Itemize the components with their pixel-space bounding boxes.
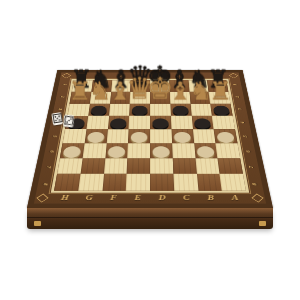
square-d5 [150,129,172,143]
square-e3: ● [129,103,150,116]
file-label-b: B [198,193,223,203]
square-d4: ● [150,116,171,129]
file-label-c: C [174,193,199,203]
square-g1: ♞ [91,80,112,91]
square-b1: ♞ [188,80,209,91]
file-label-d: D [150,193,175,203]
rank-label-8: 8 [241,179,267,189]
square-f4: ● [107,116,129,129]
board-grid: ♜♞♝♛♚♝♞♜♜♞♝♛♚♝♞♜●●●●●●●●●●●●●●●● [51,79,249,193]
board-scene: HGFEDCBA HGFEDCBA 12345678 12345678 ♜♞♝♛… [27,0,273,208]
rank-label-3: 3 [229,106,251,113]
file-label-g: G [76,193,101,203]
rank-label-1: 1 [54,82,75,88]
square-f7 [104,158,128,174]
square-b2: ♞ [189,92,210,104]
square-e6 [127,143,150,158]
product-photo: HGFEDCBA HGFEDCBA 12345678 12345678 ♜♞♝♛… [0,0,300,300]
square-c1: ♝ [169,80,189,91]
chess-checkers-board: HGFEDCBA HGFEDCBA 12345678 12345678 ♜♞♝♛… [27,70,273,208]
corner-ornament [36,194,49,203]
rank-label-5: 5 [43,132,67,140]
rank-label-2: 2 [52,93,74,100]
rank-label-6: 6 [236,147,261,155]
square-b5 [193,129,216,143]
die-icon: ⚄ [51,112,63,125]
square-b6: ● [194,143,218,158]
light-checker-piece: ● [171,129,193,143]
square-c5: ● [171,129,193,143]
square-d2: ♚ [150,92,170,104]
square-b4: ● [191,116,213,129]
square-f1: ♝ [111,80,131,91]
light-checker-piece: ● [194,143,218,158]
square-g3: ● [88,103,110,116]
square-d1: ♚ [150,80,170,91]
corner-ornament [62,73,72,79]
rank-label-4: 4 [231,119,254,126]
square-d7 [150,158,173,174]
square-c7 [173,158,197,174]
square-b8 [196,174,221,191]
brass-hinge-icon [34,221,41,226]
rank-label-7: 7 [238,163,263,172]
square-g4 [86,116,108,129]
square-d6: ● [150,143,173,158]
corner-ornament [251,194,264,203]
square-f6: ● [105,143,128,158]
square-g2: ♞ [90,92,111,104]
square-f3 [109,103,130,116]
square-c3: ● [170,103,191,116]
square-c8 [173,174,198,191]
rank-label-5: 5 [233,132,257,140]
file-label-f: F [101,193,126,203]
square-f5 [106,129,128,143]
square-d3 [150,103,171,116]
rank-label-6: 6 [40,147,65,155]
corner-ornament [229,73,239,79]
square-b7 [195,158,220,174]
rank-label-1: 1 [224,82,245,88]
square-b3 [190,103,212,116]
light-checker-piece: ● [150,143,173,158]
file-labels-bottom: HGFEDCBA [52,193,248,203]
dark-checker-piece: ● [107,116,129,129]
square-f2: ♝ [110,92,131,104]
square-g7 [80,158,105,174]
light-checker-piece: ● [84,129,107,143]
rank-label-7: 7 [36,163,61,172]
dark-checker-piece: ● [191,116,213,129]
dark-checker-piece: ● [88,103,110,116]
rank-label-8: 8 [32,179,58,189]
square-e7 [127,158,150,174]
square-g6 [82,143,106,158]
file-label-a: A [222,193,248,203]
file-label-e: E [125,193,150,203]
dice-pair: ⚄⚂ [51,107,74,126]
square-e1: ♛ [130,80,150,91]
light-checker-piece: ● [128,129,150,143]
square-d8 [150,174,174,191]
square-f8 [102,174,127,191]
rank-label-2: 2 [226,93,248,100]
dark-checker-piece: ● [150,116,171,129]
square-c4 [171,116,193,129]
square-c6 [172,143,195,158]
brass-hinge-icon [259,221,266,226]
box-front-edge [27,208,273,229]
file-label-h: H [52,193,78,203]
dark-checker-piece: ● [129,103,150,116]
box-fold-seam [27,217,273,218]
square-g5: ● [84,129,107,143]
square-e5: ● [128,129,150,143]
square-e4 [129,116,150,129]
square-e8 [126,174,150,191]
square-g8 [78,174,103,191]
light-checker-piece: ● [105,143,128,158]
dark-checker-piece: ● [170,103,191,116]
square-c2: ♝ [170,92,191,104]
square-e2: ♛ [130,92,150,104]
